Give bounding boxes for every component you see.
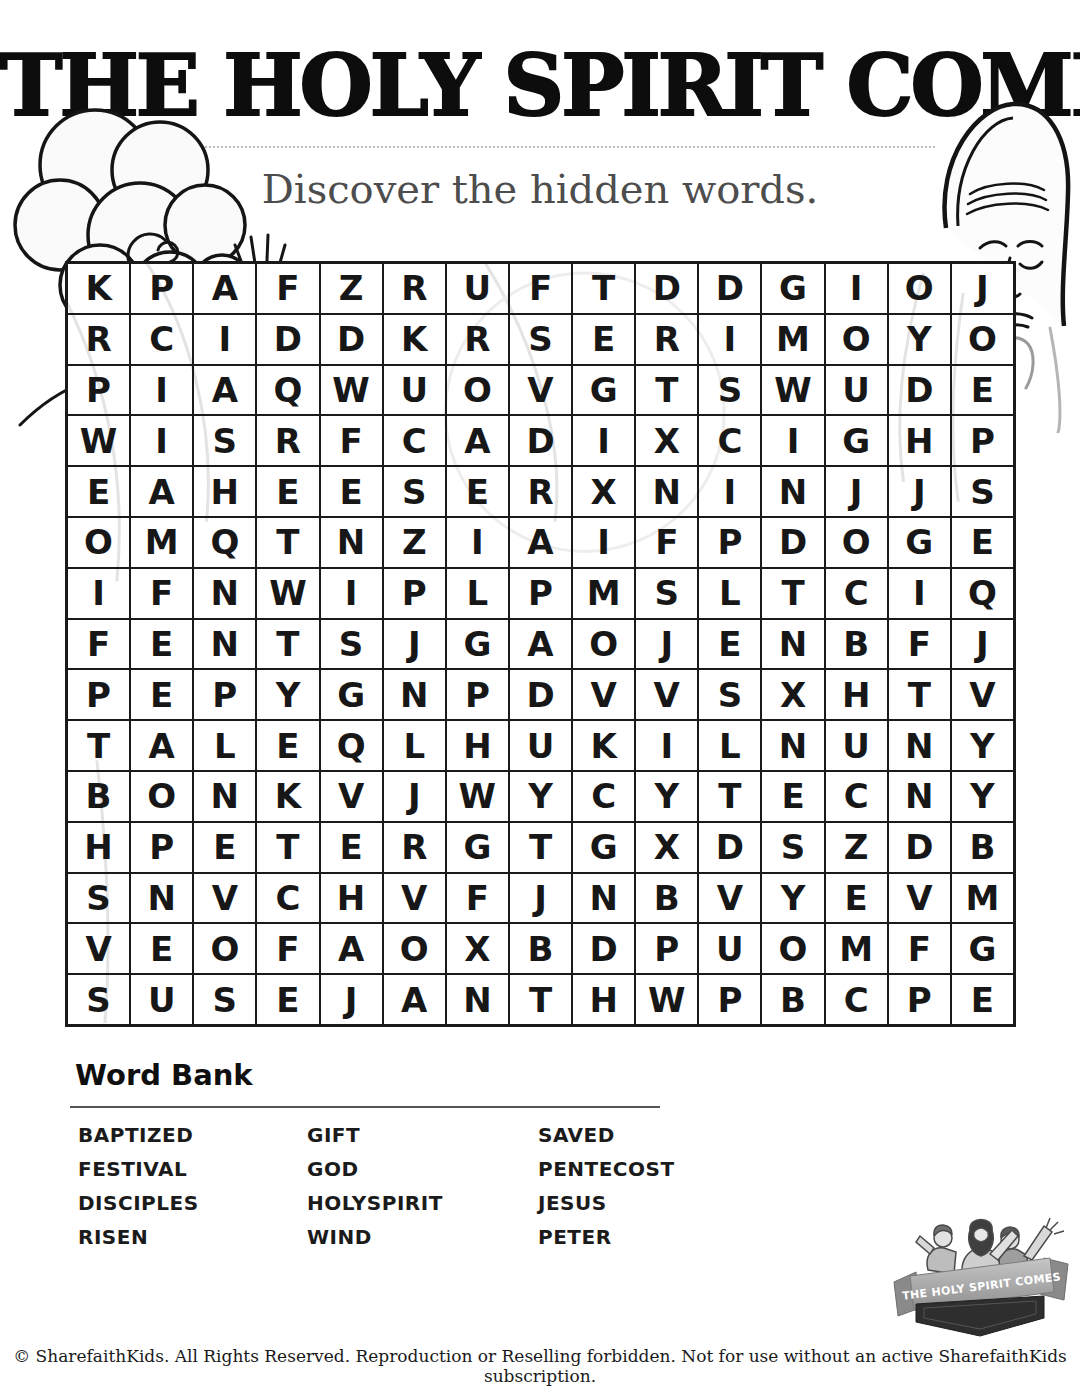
- grid-cell[interactable]: Y: [951, 720, 1014, 771]
- grid-cell[interactable]: E: [951, 365, 1014, 416]
- grid-cell[interactable]: A: [193, 263, 256, 314]
- grid-cell[interactable]: W: [256, 568, 319, 619]
- grid-cell[interactable]: I: [888, 568, 951, 619]
- grid-cell[interactable]: V: [320, 771, 383, 822]
- grid-cell[interactable]: O: [888, 263, 951, 314]
- grid-cell[interactable]: V: [698, 873, 761, 924]
- grid-cell[interactable]: T: [698, 771, 761, 822]
- grid-cell[interactable]: J: [888, 466, 951, 517]
- grid-cell[interactable]: P: [635, 923, 698, 974]
- grid-cell[interactable]: E: [446, 466, 509, 517]
- grid-cell[interactable]: I: [572, 517, 635, 568]
- grid-cell[interactable]: T: [256, 619, 319, 670]
- grid-cell[interactable]: G: [825, 415, 888, 466]
- grid-cell[interactable]: N: [635, 466, 698, 517]
- grid-cell[interactable]: R: [509, 466, 572, 517]
- grid-cell[interactable]: Q: [193, 517, 256, 568]
- word-bank-word: WIND: [307, 1226, 443, 1248]
- grid-cell[interactable]: O: [951, 314, 1014, 365]
- grid-cell[interactable]: O: [130, 771, 193, 822]
- grid-cell[interactable]: I: [130, 365, 193, 416]
- grid-cell[interactable]: F: [509, 263, 572, 314]
- grid-cell[interactable]: E: [698, 619, 761, 670]
- grid-cell[interactable]: S: [67, 974, 130, 1025]
- grid-cell[interactable]: S: [761, 822, 824, 873]
- grid-cell[interactable]: G: [572, 822, 635, 873]
- grid-cell[interactable]: D: [572, 923, 635, 974]
- grid-cell[interactable]: T: [256, 517, 319, 568]
- grid-cell[interactable]: V: [67, 923, 130, 974]
- grid-cell[interactable]: Q: [951, 568, 1014, 619]
- word-bank-column-1: BAPTIZED FESTIVAL DISCIPLES RISEN: [78, 1124, 199, 1248]
- grid-cell[interactable]: V: [572, 669, 635, 720]
- grid-cell[interactable]: F: [635, 517, 698, 568]
- grid-cell[interactable]: J: [825, 466, 888, 517]
- grid-cell[interactable]: P: [193, 669, 256, 720]
- grid-cell[interactable]: I: [698, 314, 761, 365]
- grid-cell[interactable]: B: [635, 873, 698, 924]
- grid-cell[interactable]: Y: [761, 873, 824, 924]
- grid-cell[interactable]: L: [698, 568, 761, 619]
- grid-cell[interactable]: J: [320, 974, 383, 1025]
- grid-cell[interactable]: H: [888, 415, 951, 466]
- grid-cell[interactable]: S: [698, 669, 761, 720]
- grid-cell[interactable]: J: [951, 619, 1014, 670]
- grid-cell[interactable]: T: [761, 568, 824, 619]
- grid-cell[interactable]: M: [761, 314, 824, 365]
- grid-cell[interactable]: J: [383, 619, 446, 670]
- grid-cell[interactable]: E: [256, 466, 319, 517]
- grid-cell[interactable]: W: [446, 771, 509, 822]
- grid-cell[interactable]: P: [67, 365, 130, 416]
- grid-cell[interactable]: Y: [256, 669, 319, 720]
- grid-cell[interactable]: C: [572, 771, 635, 822]
- grid-cell[interactable]: R: [446, 314, 509, 365]
- grid-cell[interactable]: E: [951, 974, 1014, 1025]
- grid-cell[interactable]: R: [383, 263, 446, 314]
- word-bank-word: RISEN: [78, 1226, 199, 1248]
- word-bank-word: FESTIVAL: [78, 1158, 199, 1180]
- grid-cell[interactable]: J: [383, 771, 446, 822]
- word-bank-word: DISCIPLES: [78, 1192, 199, 1214]
- grid-cell[interactable]: C: [130, 314, 193, 365]
- grid-cell[interactable]: E: [320, 822, 383, 873]
- grid-cell[interactable]: B: [67, 771, 130, 822]
- grid-cell[interactable]: H: [67, 822, 130, 873]
- grid-cell[interactable]: O: [825, 517, 888, 568]
- word-bank-word: SAVED: [538, 1124, 675, 1146]
- grid-cell[interactable]: E: [761, 771, 824, 822]
- grid-cell[interactable]: P: [446, 669, 509, 720]
- grid-cell[interactable]: R: [256, 415, 319, 466]
- grid-cell[interactable]: W: [67, 415, 130, 466]
- grid-cell[interactable]: U: [509, 720, 572, 771]
- grid-cell[interactable]: O: [761, 923, 824, 974]
- grid-cell[interactable]: R: [67, 314, 130, 365]
- word-bank-word: JESUS: [538, 1192, 675, 1214]
- grid-cell[interactable]: D: [256, 314, 319, 365]
- grid-cell[interactable]: P: [383, 568, 446, 619]
- word-bank-column-2: GIFT GOD HOLYSPIRIT WIND: [307, 1124, 443, 1248]
- grid-cell[interactable]: F: [256, 923, 319, 974]
- worksheet-page: THE HOLY SPIRIT COMES Discover the hidde…: [0, 0, 1080, 1398]
- grid-cell[interactable]: I: [572, 415, 635, 466]
- grid-cell[interactable]: F: [67, 619, 130, 670]
- grid-cell[interactable]: S: [320, 619, 383, 670]
- grid-cell[interactable]: V: [509, 365, 572, 416]
- grid-cell[interactable]: Y: [509, 771, 572, 822]
- grid-cell[interactable]: O: [572, 619, 635, 670]
- word-bank-word: PENTECOST: [538, 1158, 675, 1180]
- grid-cell[interactable]: I: [635, 720, 698, 771]
- grid-cell[interactable]: O: [193, 923, 256, 974]
- grid-cell[interactable]: D: [698, 822, 761, 873]
- grid-cell[interactable]: K: [67, 263, 130, 314]
- grid-cell[interactable]: I: [698, 466, 761, 517]
- grid-cell[interactable]: D: [509, 415, 572, 466]
- grid-cell[interactable]: K: [572, 720, 635, 771]
- grid-cell[interactable]: W: [635, 974, 698, 1025]
- word-bank-column-3: SAVED PENTECOST JESUS PETER: [538, 1124, 675, 1248]
- grid-cell[interactable]: H: [320, 873, 383, 924]
- grid-cell[interactable]: T: [509, 822, 572, 873]
- grid-cell[interactable]: C: [383, 415, 446, 466]
- grid-cell[interactable]: I: [761, 415, 824, 466]
- grid-cell[interactable]: K: [383, 314, 446, 365]
- grid-cell[interactable]: N: [572, 873, 635, 924]
- grid-cell[interactable]: I: [193, 314, 256, 365]
- grid-cell[interactable]: C: [825, 771, 888, 822]
- grid-cell[interactable]: I: [320, 568, 383, 619]
- grid-cell[interactable]: R: [635, 314, 698, 365]
- grid-cell[interactable]: S: [193, 974, 256, 1025]
- grid-cell[interactable]: S: [67, 873, 130, 924]
- grid-cell[interactable]: N: [888, 720, 951, 771]
- grid-cell[interactable]: M: [130, 517, 193, 568]
- grid-cell[interactable]: X: [635, 415, 698, 466]
- grid-cell[interactable]: P: [888, 974, 951, 1025]
- grid-cell[interactable]: D: [761, 517, 824, 568]
- grid-cell[interactable]: O: [446, 365, 509, 416]
- grid-cell[interactable]: H: [825, 669, 888, 720]
- grid-cell[interactable]: A: [509, 619, 572, 670]
- grid-cell[interactable]: J: [951, 263, 1014, 314]
- grid-cell[interactable]: Q: [256, 365, 319, 416]
- grid-cell[interactable]: E: [256, 720, 319, 771]
- grid-cell[interactable]: A: [509, 517, 572, 568]
- grid-cell[interactable]: L: [698, 720, 761, 771]
- grid-cell[interactable]: G: [951, 923, 1014, 974]
- grid-cell[interactable]: E: [130, 669, 193, 720]
- grid-cell[interactable]: R: [383, 822, 446, 873]
- grid-cell[interactable]: U: [446, 263, 509, 314]
- grid-cell[interactable]: V: [888, 873, 951, 924]
- grid-cell[interactable]: S: [193, 415, 256, 466]
- grid-cell[interactable]: N: [383, 669, 446, 720]
- grid-cell[interactable]: T: [888, 669, 951, 720]
- word-bank-word: HOLYSPIRIT: [307, 1192, 443, 1214]
- grid-cell[interactable]: S: [698, 365, 761, 416]
- grid-cell[interactable]: D: [635, 263, 698, 314]
- grid-cell[interactable]: T: [635, 365, 698, 416]
- grid-cell[interactable]: A: [383, 974, 446, 1025]
- word-search-board: KPAFZRUFTDDGIOJRCIDDKRSERIMOYOPIAQWUOVGT…: [65, 261, 1016, 1027]
- grid-cell[interactable]: M: [825, 923, 888, 974]
- grid-cell[interactable]: M: [572, 568, 635, 619]
- grid-cell[interactable]: Y: [635, 771, 698, 822]
- grid-cell[interactable]: E: [130, 923, 193, 974]
- grid-cell[interactable]: U: [825, 365, 888, 416]
- grid-cell[interactable]: T: [67, 720, 130, 771]
- grid-cell[interactable]: F: [130, 568, 193, 619]
- grid-cell[interactable]: A: [193, 365, 256, 416]
- grid-cell[interactable]: H: [572, 974, 635, 1025]
- grid-cell[interactable]: G: [446, 822, 509, 873]
- grid-cell[interactable]: N: [130, 873, 193, 924]
- grid-cell[interactable]: N: [888, 771, 951, 822]
- grid-cell[interactable]: S: [951, 466, 1014, 517]
- grid-cell[interactable]: B: [761, 974, 824, 1025]
- grid-cell[interactable]: A: [446, 415, 509, 466]
- page-title: THE HOLY SPIRIT COMES: [0, 44, 1080, 128]
- grid-cell[interactable]: D: [888, 365, 951, 416]
- grid-cell[interactable]: C: [698, 415, 761, 466]
- grid-cell[interactable]: X: [761, 669, 824, 720]
- grid-cell[interactable]: F: [320, 415, 383, 466]
- grid-cell[interactable]: K: [256, 771, 319, 822]
- grid-cell[interactable]: Y: [951, 771, 1014, 822]
- grid-cell[interactable]: B: [951, 822, 1014, 873]
- grid-cell[interactable]: I: [130, 415, 193, 466]
- grid-cell[interactable]: V: [193, 873, 256, 924]
- grid-cell[interactable]: F: [888, 619, 951, 670]
- grid-cell[interactable]: V: [635, 669, 698, 720]
- grid-cell[interactable]: S: [635, 568, 698, 619]
- grid-cell[interactable]: J: [635, 619, 698, 670]
- grid-cell[interactable]: B: [509, 923, 572, 974]
- grid-cell[interactable]: P: [130, 263, 193, 314]
- grid-cell[interactable]: A: [130, 466, 193, 517]
- grid-cell[interactable]: C: [256, 873, 319, 924]
- grid-cell[interactable]: I: [446, 517, 509, 568]
- grid-cell[interactable]: O: [67, 517, 130, 568]
- grid-cell[interactable]: J: [509, 873, 572, 924]
- word-bank-divider: [70, 1106, 660, 1108]
- grid-cell[interactable]: T: [509, 974, 572, 1025]
- grid-cell[interactable]: N: [446, 974, 509, 1025]
- grid-cell[interactable]: A: [320, 923, 383, 974]
- word-bank-word: GOD: [307, 1158, 443, 1180]
- word-bank-word: PETER: [538, 1226, 675, 1248]
- grid-cell[interactable]: N: [761, 466, 824, 517]
- grid-cell[interactable]: U: [698, 923, 761, 974]
- grid-cell[interactable]: T: [572, 263, 635, 314]
- grid-cell[interactable]: P: [698, 974, 761, 1025]
- grid-cell[interactable]: F: [256, 263, 319, 314]
- grid-cell[interactable]: P: [698, 517, 761, 568]
- grid-cell[interactable]: F: [888, 923, 951, 974]
- grid-cell[interactable]: M: [951, 873, 1014, 924]
- grid-cell[interactable]: L: [446, 568, 509, 619]
- subtitle: Discover the hidden words.: [0, 166, 1080, 212]
- grid-cell[interactable]: L: [383, 720, 446, 771]
- grid-cell[interactable]: N: [193, 771, 256, 822]
- grid-cell[interactable]: A: [130, 720, 193, 771]
- grid-cell[interactable]: S: [383, 466, 446, 517]
- grid-cell[interactable]: N: [193, 568, 256, 619]
- word-bank-word: GIFT: [307, 1124, 443, 1146]
- lesson-logo: THE HOLY SPIRIT COMES: [886, 1208, 1076, 1340]
- grid-cell[interactable]: V: [951, 669, 1014, 720]
- grid-cell[interactable]: E: [825, 873, 888, 924]
- grid-cell[interactable]: E: [193, 822, 256, 873]
- grid-cell[interactable]: P: [951, 415, 1014, 466]
- grid-cell[interactable]: P: [130, 822, 193, 873]
- grid-cell[interactable]: D: [320, 314, 383, 365]
- grid-cell[interactable]: P: [509, 568, 572, 619]
- grid-cell[interactable]: E: [130, 619, 193, 670]
- word-bank-heading: Word Bank: [75, 1058, 253, 1092]
- grid-cell[interactable]: E: [256, 974, 319, 1025]
- grid-cell[interactable]: O: [825, 314, 888, 365]
- grid-cell[interactable]: G: [888, 517, 951, 568]
- grid-cell[interactable]: Z: [320, 263, 383, 314]
- grid-cell[interactable]: H: [193, 466, 256, 517]
- grid-cell[interactable]: D: [888, 822, 951, 873]
- grid-cell[interactable]: I: [67, 568, 130, 619]
- grid-cell[interactable]: G: [761, 263, 824, 314]
- copyright-text: © SharefaithKids. All Rights Reserved. R…: [0, 1346, 1080, 1386]
- grid-cell[interactable]: W: [761, 365, 824, 416]
- grid-cell[interactable]: N: [761, 720, 824, 771]
- grid-cell[interactable]: P: [67, 669, 130, 720]
- grid-cell[interactable]: O: [383, 923, 446, 974]
- grid-cell[interactable]: G: [572, 365, 635, 416]
- grid-cell[interactable]: D: [698, 263, 761, 314]
- grid-cell[interactable]: E: [572, 314, 635, 365]
- grid-cell[interactable]: C: [825, 974, 888, 1025]
- grid-cell[interactable]: G: [320, 669, 383, 720]
- grid-cell[interactable]: L: [193, 720, 256, 771]
- grid-cell[interactable]: N: [320, 517, 383, 568]
- grid-cell[interactable]: E: [67, 466, 130, 517]
- grid-cell[interactable]: Z: [383, 517, 446, 568]
- grid-cell[interactable]: I: [825, 263, 888, 314]
- grid-cell[interactable]: E: [320, 466, 383, 517]
- grid-cell[interactable]: X: [635, 822, 698, 873]
- grid-cell[interactable]: Q: [320, 720, 383, 771]
- grid-cell[interactable]: X: [446, 923, 509, 974]
- grid-cell[interactable]: T: [256, 822, 319, 873]
- grid-cell[interactable]: F: [446, 873, 509, 924]
- grid-cell[interactable]: W: [320, 365, 383, 416]
- grid-cell[interactable]: N: [193, 619, 256, 670]
- grid-cell[interactable]: N: [761, 619, 824, 670]
- grid-cell[interactable]: E: [951, 517, 1014, 568]
- word-search-grid: KPAFZRUFTDDGIOJRCIDDKRSERIMOYOPIAQWUOVGT…: [67, 263, 1014, 1025]
- grid-cell[interactable]: D: [509, 669, 572, 720]
- grid-cell[interactable]: G: [446, 619, 509, 670]
- grid-cell[interactable]: U: [383, 365, 446, 416]
- grid-cell[interactable]: S: [509, 314, 572, 365]
- word-bank-word: BAPTIZED: [78, 1124, 199, 1146]
- grid-cell[interactable]: H: [446, 720, 509, 771]
- dotted-divider: [172, 146, 935, 148]
- grid-cell[interactable]: U: [825, 720, 888, 771]
- grid-cell[interactable]: B: [825, 619, 888, 670]
- grid-cell[interactable]: Y: [888, 314, 951, 365]
- grid-cell[interactable]: X: [572, 466, 635, 517]
- grid-cell[interactable]: C: [825, 568, 888, 619]
- grid-cell[interactable]: U: [130, 974, 193, 1025]
- grid-cell[interactable]: V: [383, 873, 446, 924]
- grid-cell[interactable]: Z: [825, 822, 888, 873]
